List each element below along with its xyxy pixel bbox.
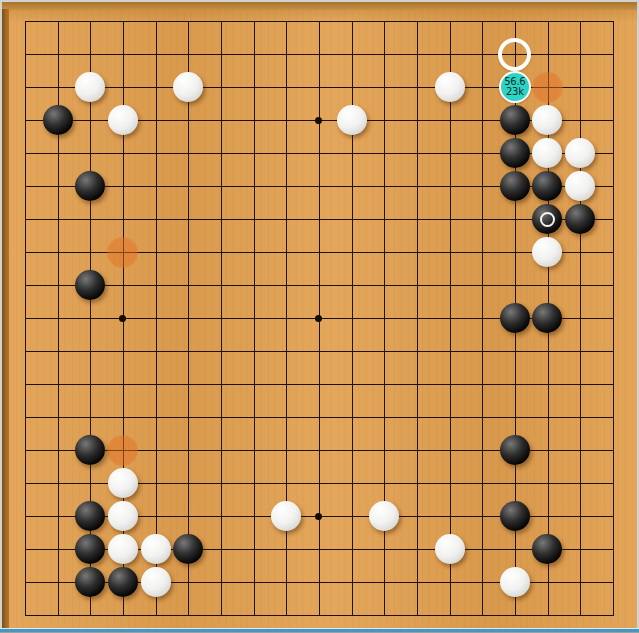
white-stone xyxy=(108,105,138,135)
black-stone xyxy=(500,435,530,465)
star-point xyxy=(315,513,322,520)
black-stone xyxy=(75,534,105,564)
black-stone xyxy=(500,138,530,168)
black-stone xyxy=(75,171,105,201)
star-point xyxy=(315,315,322,322)
white-stone xyxy=(532,105,562,135)
white-stone xyxy=(108,501,138,531)
black-stone xyxy=(108,567,138,597)
best-move-badge[interactable]: 56.6 23k xyxy=(499,71,531,103)
white-stone xyxy=(108,468,138,498)
star-point xyxy=(315,117,322,124)
black-stone xyxy=(500,171,530,201)
last-move-marker-icon xyxy=(540,212,555,227)
black-stone xyxy=(75,435,105,465)
black-stone xyxy=(500,501,530,531)
black-stone xyxy=(532,303,562,333)
white-stone xyxy=(435,72,465,102)
white-stone xyxy=(532,237,562,267)
faint-hint-circle[interactable] xyxy=(532,72,563,103)
white-stone xyxy=(500,567,530,597)
black-stone xyxy=(565,204,595,234)
white-stone xyxy=(271,501,301,531)
suggested-move-ring-icon[interactable] xyxy=(498,38,531,71)
white-stone xyxy=(435,534,465,564)
white-stone xyxy=(532,138,562,168)
black-stone xyxy=(532,534,562,564)
black-stone xyxy=(500,105,530,135)
black-stone xyxy=(75,567,105,597)
best-move-visits: 23k xyxy=(506,87,524,97)
black-stone xyxy=(532,171,562,201)
white-stone xyxy=(141,534,171,564)
white-stone xyxy=(141,567,171,597)
star-point xyxy=(119,315,126,322)
white-stone xyxy=(565,171,595,201)
white-stone xyxy=(108,534,138,564)
faint-hint-circle[interactable] xyxy=(107,237,138,268)
white-stone xyxy=(173,72,203,102)
white-stone xyxy=(75,72,105,102)
faint-hint-circle[interactable] xyxy=(107,435,138,466)
go-app-window: 56.6 23k xyxy=(0,0,639,633)
black-stone xyxy=(500,303,530,333)
bottom-panel-divider xyxy=(0,628,639,633)
black-stone xyxy=(75,270,105,300)
black-stone xyxy=(173,534,203,564)
board-grid[interactable]: 56.6 23k xyxy=(9,5,629,632)
white-stone xyxy=(337,105,367,135)
black-stone xyxy=(75,501,105,531)
black-stone xyxy=(43,105,73,135)
white-stone xyxy=(369,501,399,531)
white-stone xyxy=(565,138,595,168)
